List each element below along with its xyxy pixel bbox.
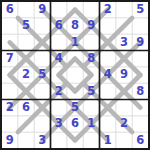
cell-r4c7[interactable] bbox=[100, 51, 116, 67]
cell-r1c8[interactable] bbox=[116, 2, 132, 18]
cell-r2c3[interactable] bbox=[34, 18, 50, 34]
cell-r8c8[interactable]: 2 bbox=[116, 116, 132, 132]
cell-r5c9[interactable] bbox=[132, 67, 148, 83]
cell-r2c6[interactable]: 9 bbox=[83, 18, 99, 34]
cell-r7c5[interactable]: 5 bbox=[67, 100, 83, 116]
cell-r5c5[interactable] bbox=[67, 67, 83, 83]
cell-r6c9[interactable]: 8 bbox=[132, 83, 148, 99]
cell-r3c9[interactable]: 9 bbox=[132, 34, 148, 50]
cell-r6c8[interactable] bbox=[116, 83, 132, 99]
cell-r8c5[interactable]: 6 bbox=[67, 116, 83, 132]
cell-r3c3[interactable] bbox=[34, 34, 50, 50]
cell-r1c3[interactable]: 9 bbox=[34, 2, 50, 18]
cell-r6c1[interactable] bbox=[2, 83, 18, 99]
cell-r9c3[interactable]: 3 bbox=[34, 132, 50, 148]
cell-r9c5[interactable] bbox=[67, 132, 83, 148]
cell-r6c7[interactable] bbox=[100, 83, 116, 99]
cell-r8c7[interactable] bbox=[100, 116, 116, 132]
cell-r9c9[interactable]: 6 bbox=[132, 132, 148, 148]
cell-r1c1[interactable]: 6 bbox=[2, 2, 18, 18]
cell-r9c6[interactable] bbox=[83, 132, 99, 148]
cell-r4c2[interactable] bbox=[18, 51, 34, 67]
cell-r7c7[interactable] bbox=[100, 100, 116, 116]
cell-r6c5[interactable] bbox=[67, 83, 83, 99]
cell-r7c1[interactable]: 2 bbox=[2, 100, 18, 116]
cell-r5c2[interactable]: 2 bbox=[18, 67, 34, 83]
cell-r2c8[interactable] bbox=[116, 18, 132, 34]
cell-r9c7[interactable]: 1 bbox=[100, 132, 116, 148]
cell-r2c9[interactable] bbox=[132, 18, 148, 34]
cell-r1c7[interactable]: 2 bbox=[100, 2, 116, 18]
cell-r8c9[interactable] bbox=[132, 116, 148, 132]
cell-r7c2[interactable]: 6 bbox=[18, 100, 34, 116]
cell-r5c4[interactable] bbox=[51, 67, 67, 83]
cell-r6c3[interactable] bbox=[34, 83, 50, 99]
cell-r5c6[interactable] bbox=[83, 67, 99, 83]
cell-r3c2[interactable] bbox=[18, 34, 34, 50]
cell-r6c2[interactable] bbox=[18, 83, 34, 99]
cell-r6c6[interactable]: 5 bbox=[83, 83, 99, 99]
cell-r1c9[interactable]: 5 bbox=[132, 2, 148, 18]
cell-r2c1[interactable] bbox=[2, 18, 18, 34]
cell-r8c4[interactable]: 3 bbox=[51, 116, 67, 132]
cell-r3c1[interactable] bbox=[2, 34, 18, 50]
cell-r5c7[interactable]: 4 bbox=[100, 67, 116, 83]
cell-r4c9[interactable] bbox=[132, 51, 148, 67]
cell-r9c1[interactable]: 9 bbox=[2, 132, 18, 148]
cell-r2c5[interactable]: 8 bbox=[67, 18, 83, 34]
cell-r7c8[interactable] bbox=[116, 100, 132, 116]
sudoku-grid: 69255689139748254925826536129316 bbox=[2, 2, 149, 149]
cell-r2c7[interactable] bbox=[100, 18, 116, 34]
cell-r1c2[interactable] bbox=[18, 2, 34, 18]
cell-r2c2[interactable]: 5 bbox=[18, 18, 34, 34]
cell-r8c1[interactable] bbox=[2, 116, 18, 132]
cell-r9c8[interactable] bbox=[116, 132, 132, 148]
cell-r9c2[interactable] bbox=[18, 132, 34, 148]
cell-r7c3[interactable] bbox=[34, 100, 50, 116]
cell-r5c8[interactable]: 9 bbox=[116, 67, 132, 83]
cell-r8c2[interactable] bbox=[18, 116, 34, 132]
cell-r2c4[interactable]: 6 bbox=[51, 18, 67, 34]
cell-r4c5[interactable] bbox=[67, 51, 83, 67]
cell-r4c4[interactable]: 4 bbox=[51, 51, 67, 67]
cell-r3c5[interactable]: 1 bbox=[67, 34, 83, 50]
cell-r3c4[interactable] bbox=[51, 34, 67, 50]
cell-r8c6[interactable]: 1 bbox=[83, 116, 99, 132]
cell-r1c6[interactable] bbox=[83, 2, 99, 18]
sudoku-board: 69255689139748254925826536129316 bbox=[0, 0, 150, 150]
cell-r8c3[interactable] bbox=[34, 116, 50, 132]
cell-r1c4[interactable] bbox=[51, 2, 67, 18]
cell-r7c9[interactable] bbox=[132, 100, 148, 116]
cell-r4c1[interactable]: 7 bbox=[2, 51, 18, 67]
cell-r4c6[interactable]: 8 bbox=[83, 51, 99, 67]
cell-r5c3[interactable]: 5 bbox=[34, 67, 50, 83]
cell-r9c4[interactable] bbox=[51, 132, 67, 148]
cell-r4c3[interactable] bbox=[34, 51, 50, 67]
cell-r7c6[interactable] bbox=[83, 100, 99, 116]
cell-r5c1[interactable] bbox=[2, 67, 18, 83]
cell-r6c4[interactable]: 2 bbox=[51, 83, 67, 99]
cell-r3c8[interactable]: 3 bbox=[116, 34, 132, 50]
cell-r7c4[interactable] bbox=[51, 100, 67, 116]
cell-r3c6[interactable] bbox=[83, 34, 99, 50]
cell-r3c7[interactable] bbox=[100, 34, 116, 50]
cell-r1c5[interactable] bbox=[67, 2, 83, 18]
cell-r4c8[interactable] bbox=[116, 51, 132, 67]
